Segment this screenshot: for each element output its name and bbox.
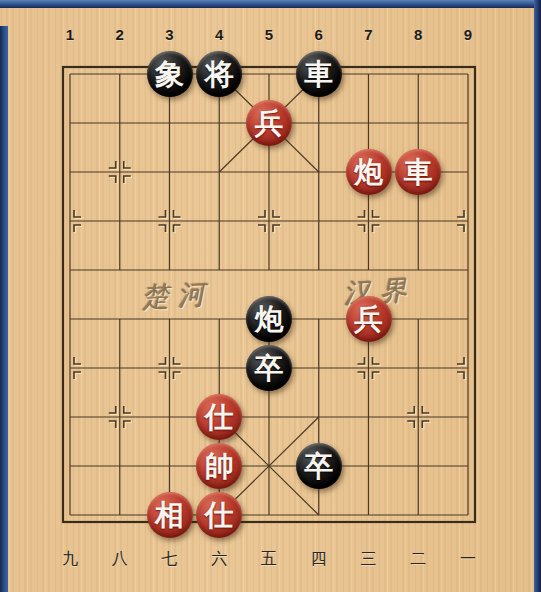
file-label-bottom: 六	[211, 549, 227, 570]
piece-red-chariot[interactable]: 車	[395, 149, 441, 195]
file-label-bottom: 九	[62, 549, 78, 570]
window-top-bar	[0, 0, 541, 8]
file-label-top: 7	[364, 26, 372, 43]
piece-black-cannon[interactable]: 炮	[246, 296, 292, 342]
file-label-bottom: 一	[460, 549, 476, 570]
file-label-bottom: 四	[311, 549, 327, 570]
piece-red-soldier[interactable]: 兵	[246, 100, 292, 146]
piece-black-elephant[interactable]: 象	[147, 51, 193, 97]
piece-red-general[interactable]: 帥	[196, 443, 242, 489]
piece-red-cannon[interactable]: 炮	[346, 149, 392, 195]
file-label-top: 4	[215, 26, 223, 43]
piece-black-soldier[interactable]: 卒	[296, 443, 342, 489]
piece-black-general[interactable]: 将	[196, 51, 242, 97]
piece-red-advisor[interactable]: 仕	[196, 394, 242, 440]
file-label-top: 3	[165, 26, 173, 43]
file-label-top: 9	[464, 26, 472, 43]
file-label-bottom: 二	[410, 549, 426, 570]
window-right-edge	[534, 0, 541, 592]
piece-black-chariot[interactable]: 車	[296, 51, 342, 97]
file-label-top: 6	[315, 26, 323, 43]
file-label-top: 1	[66, 26, 74, 43]
window-left-edge	[0, 26, 8, 592]
file-label-top: 5	[265, 26, 273, 43]
piece-black-soldier[interactable]: 卒	[246, 345, 292, 391]
piece-red-elephant[interactable]: 相	[147, 492, 193, 538]
file-label-bottom: 三	[361, 549, 377, 570]
river-text-left: 楚河	[141, 276, 215, 316]
file-label-bottom: 七	[162, 549, 178, 570]
piece-red-soldier[interactable]: 兵	[346, 296, 392, 342]
file-label-top: 2	[116, 26, 124, 43]
file-label-top: 8	[414, 26, 422, 43]
file-label-bottom: 五	[261, 549, 277, 570]
piece-red-advisor[interactable]: 仕	[196, 492, 242, 538]
xiangqi-app-window: 123456789 九八七六五四三二一 楚河 汉界 象将車兵炮車炮兵卒仕帥卒相仕	[0, 0, 541, 592]
file-label-bottom: 八	[112, 549, 128, 570]
